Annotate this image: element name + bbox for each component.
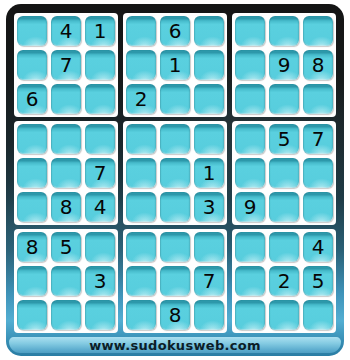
cell-r1c4[interactable] — [126, 16, 156, 46]
box-r2c1: 784 — [14, 121, 118, 225]
cell-r3c5[interactable] — [160, 84, 190, 114]
cell-r6c8[interactable] — [269, 192, 299, 222]
cell-r4c4[interactable] — [126, 124, 156, 154]
cell-r9c7[interactable] — [235, 300, 265, 330]
cell-r5c2[interactable] — [51, 158, 81, 188]
cell-r3c8[interactable] — [269, 84, 299, 114]
cell-r3c6[interactable] — [194, 84, 224, 114]
cell-r9c2[interactable] — [51, 300, 81, 330]
cell-r4c5[interactable] — [160, 124, 190, 154]
cell-r8c3[interactable]: 3 — [85, 266, 115, 296]
cell-r1c8[interactable] — [269, 16, 299, 46]
cell-r7c3[interactable] — [85, 232, 115, 262]
box-r1c2: 612 — [123, 13, 227, 117]
cell-r4c6[interactable] — [194, 124, 224, 154]
cell-r7c5[interactable] — [160, 232, 190, 262]
cell-r1c2[interactable]: 4 — [51, 16, 81, 46]
cell-r2c5[interactable]: 1 — [160, 50, 190, 80]
cell-r1c7[interactable] — [235, 16, 265, 46]
cell-r2c6[interactable] — [194, 50, 224, 80]
box-r3c1: 853 — [14, 229, 118, 333]
cell-r5c1[interactable] — [17, 158, 47, 188]
box-r2c2: 13 — [123, 121, 227, 225]
cell-r3c4[interactable]: 2 — [126, 84, 156, 114]
box-r2c3: 579 — [232, 121, 336, 225]
cell-r8c4[interactable] — [126, 266, 156, 296]
cell-r3c1[interactable]: 6 — [17, 84, 47, 114]
cell-r8c1[interactable] — [17, 266, 47, 296]
cell-r6c4[interactable] — [126, 192, 156, 222]
cell-r9c4[interactable] — [126, 300, 156, 330]
site-link[interactable]: www.sudokusweb.com — [89, 338, 261, 353]
cell-r2c9[interactable]: 8 — [303, 50, 333, 80]
cell-r1c1[interactable] — [17, 16, 47, 46]
cell-r7c2[interactable]: 5 — [51, 232, 81, 262]
cell-r5c4[interactable] — [126, 158, 156, 188]
cell-r1c6[interactable] — [194, 16, 224, 46]
cell-r8c9[interactable]: 5 — [303, 266, 333, 296]
cell-r8c8[interactable]: 2 — [269, 266, 299, 296]
cell-r7c6[interactable] — [194, 232, 224, 262]
cell-r9c1[interactable] — [17, 300, 47, 330]
cell-r1c5[interactable]: 6 — [160, 16, 190, 46]
cell-r8c5[interactable] — [160, 266, 190, 296]
cell-r6c5[interactable] — [160, 192, 190, 222]
cell-r5c6[interactable]: 1 — [194, 158, 224, 188]
cell-r5c3[interactable]: 7 — [85, 158, 115, 188]
cell-r7c7[interactable] — [235, 232, 265, 262]
cell-r8c7[interactable] — [235, 266, 265, 296]
cell-r7c1[interactable]: 8 — [17, 232, 47, 262]
box-r1c1: 4176 — [14, 13, 118, 117]
cell-r3c2[interactable] — [51, 84, 81, 114]
cell-r6c3[interactable]: 4 — [85, 192, 115, 222]
cell-r7c8[interactable] — [269, 232, 299, 262]
cell-r9c9[interactable] — [303, 300, 333, 330]
cell-r6c7[interactable]: 9 — [235, 192, 265, 222]
cell-r3c7[interactable] — [235, 84, 265, 114]
box-r3c3: 425 — [232, 229, 336, 333]
cell-r2c8[interactable]: 9 — [269, 50, 299, 80]
cell-r1c3[interactable]: 1 — [85, 16, 115, 46]
cell-r9c5[interactable]: 8 — [160, 300, 190, 330]
sudoku-board: 4176612987841357985378425 — [14, 13, 336, 333]
cell-r2c1[interactable] — [17, 50, 47, 80]
cell-r9c8[interactable] — [269, 300, 299, 330]
cell-r2c4[interactable] — [126, 50, 156, 80]
cell-r6c2[interactable]: 8 — [51, 192, 81, 222]
cell-r4c8[interactable]: 5 — [269, 124, 299, 154]
cell-r7c9[interactable]: 4 — [303, 232, 333, 262]
cell-r5c7[interactable] — [235, 158, 265, 188]
board-frame: 4176612987841357985378425 www.sudokusweb… — [6, 4, 344, 356]
cell-r5c8[interactable] — [269, 158, 299, 188]
cell-r1c9[interactable] — [303, 16, 333, 46]
sudoku-widget: 4176612987841357985378425 www.sudokusweb… — [0, 0, 350, 360]
cell-r9c6[interactable] — [194, 300, 224, 330]
cell-r2c2[interactable]: 7 — [51, 50, 81, 80]
cell-r5c9[interactable] — [303, 158, 333, 188]
cell-r8c2[interactable] — [51, 266, 81, 296]
box-r1c3: 98 — [232, 13, 336, 117]
cell-r6c9[interactable] — [303, 192, 333, 222]
cell-r2c3[interactable] — [85, 50, 115, 80]
cell-r4c2[interactable] — [51, 124, 81, 154]
cell-r3c9[interactable] — [303, 84, 333, 114]
cell-r9c3[interactable] — [85, 300, 115, 330]
cell-r6c6[interactable]: 3 — [194, 192, 224, 222]
footer-bar: www.sudokusweb.com — [9, 337, 341, 353]
cell-r8c6[interactable]: 7 — [194, 266, 224, 296]
cell-r7c4[interactable] — [126, 232, 156, 262]
cell-r6c1[interactable] — [17, 192, 47, 222]
cell-r4c3[interactable] — [85, 124, 115, 154]
box-r3c2: 78 — [123, 229, 227, 333]
cell-r4c7[interactable] — [235, 124, 265, 154]
cell-r3c3[interactable] — [85, 84, 115, 114]
cell-r2c7[interactable] — [235, 50, 265, 80]
cell-r4c9[interactable]: 7 — [303, 124, 333, 154]
cell-r4c1[interactable] — [17, 124, 47, 154]
cell-r5c5[interactable] — [160, 158, 190, 188]
